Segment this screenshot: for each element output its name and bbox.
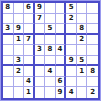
sudoku-empty-cell-r8c4[interactable]	[35, 77, 46, 88]
sudoku-given-cell-r3c8: 8	[77, 24, 88, 35]
sudoku-empty-cell-r2c2[interactable]	[14, 14, 25, 25]
sudoku-empty-cell-r3c7[interactable]	[66, 24, 77, 35]
sudoku-empty-cell-r6c9[interactable]	[87, 56, 98, 67]
sudoku-empty-cell-r9c8[interactable]	[77, 87, 88, 98]
sudoku-empty-cell-r5c2[interactable]	[14, 45, 25, 56]
sudoku-empty-cell-r3c3[interactable]	[24, 24, 35, 35]
sudoku-empty-cell-r6c6[interactable]	[56, 56, 67, 67]
sudoku-given-cell-r5c4: 3	[35, 45, 46, 56]
sudoku-empty-cell-r6c1[interactable]	[3, 56, 14, 67]
sudoku-empty-cell-r2c9[interactable]	[87, 14, 98, 25]
sudoku-empty-cell-r4c1[interactable]	[3, 35, 14, 46]
sudoku-given-cell-r7c8: 1	[77, 66, 88, 77]
sudoku-empty-cell-r8c5[interactable]	[45, 77, 56, 88]
sudoku-empty-cell-r4c7[interactable]	[66, 35, 77, 46]
sudoku-given-cell-r2c4: 7	[35, 14, 46, 25]
sudoku-empty-cell-r7c4[interactable]	[35, 66, 46, 77]
sudoku-empty-cell-r8c8[interactable]	[77, 77, 88, 88]
sudoku-empty-cell-r6c5[interactable]	[45, 56, 56, 67]
sudoku-given-cell-r2c7: 2	[66, 14, 77, 25]
sudoku-given-cell-r7c9: 8	[87, 66, 98, 77]
sudoku-given-cell-r6c7: 9	[66, 56, 77, 67]
sudoku-empty-cell-r5c9[interactable]	[87, 45, 98, 56]
sudoku-given-cell-r4c2: 1	[14, 35, 25, 46]
sudoku-given-cell-r1c4: 9	[35, 3, 46, 14]
sudoku-given-cell-r1c1: 8	[3, 3, 14, 14]
sudoku-empty-cell-r2c1[interactable]	[3, 14, 14, 25]
sudoku-empty-cell-r1c6[interactable]	[56, 3, 67, 14]
sudoku-empty-cell-r5c7[interactable]	[66, 45, 77, 56]
sudoku-given-cell-r5c5: 8	[45, 45, 56, 56]
sudoku-empty-cell-r2c3[interactable]	[24, 14, 35, 25]
sudoku-empty-cell-r8c1[interactable]	[3, 77, 14, 88]
sudoku-empty-cell-r4c9[interactable]	[87, 35, 98, 46]
sudoku-given-cell-r9c9: 2	[87, 87, 98, 98]
sudoku-empty-cell-r3c9[interactable]	[87, 24, 98, 35]
sudoku-empty-cell-r1c8[interactable]	[77, 3, 88, 14]
sudoku-given-cell-r3c2: 9	[14, 24, 25, 35]
sudoku-empty-cell-r8c7[interactable]	[66, 77, 77, 88]
sudoku-given-cell-r9c3: 1	[24, 87, 35, 98]
sudoku-empty-cell-r9c2[interactable]	[14, 87, 25, 98]
sudoku-empty-cell-r4c5[interactable]	[45, 35, 56, 46]
sudoku-given-cell-r1c7: 5	[66, 3, 77, 14]
sudoku-empty-cell-r3c4[interactable]	[35, 24, 46, 35]
sudoku-empty-cell-r7c1[interactable]	[3, 66, 14, 77]
sudoku-given-cell-r8c6: 6	[56, 77, 67, 88]
sudoku-given-cell-r5c6: 4	[56, 45, 67, 56]
sudoku-given-cell-r3c1: 3	[3, 24, 14, 35]
sudoku-empty-cell-r8c9[interactable]	[87, 77, 98, 88]
sudoku-board: 86957239581723843952418461942	[1, 1, 100, 100]
sudoku-given-cell-r9c7: 4	[66, 87, 77, 98]
sudoku-given-cell-r8c3: 4	[24, 77, 35, 88]
sudoku-empty-cell-r4c4[interactable]	[35, 35, 46, 46]
sudoku-empty-cell-r2c8[interactable]	[77, 14, 88, 25]
sudoku-empty-cell-r8c2[interactable]	[14, 77, 25, 88]
sudoku-empty-cell-r6c3[interactable]	[24, 56, 35, 67]
sudoku-empty-cell-r9c4[interactable]	[35, 87, 46, 98]
sudoku-empty-cell-r5c3[interactable]	[24, 45, 35, 56]
sudoku-given-cell-r6c8: 5	[77, 56, 88, 67]
sudoku-empty-cell-r6c4[interactable]	[35, 56, 46, 67]
sudoku-empty-cell-r7c6[interactable]	[56, 66, 67, 77]
sudoku-empty-cell-r1c5[interactable]	[45, 3, 56, 14]
sudoku-empty-cell-r4c6[interactable]	[56, 35, 67, 46]
sudoku-empty-cell-r2c6[interactable]	[56, 14, 67, 25]
sudoku-given-cell-r6c2: 3	[14, 56, 25, 67]
sudoku-given-cell-r7c5: 4	[45, 66, 56, 77]
sudoku-given-cell-r3c5: 5	[45, 24, 56, 35]
sudoku-given-cell-r1c3: 6	[24, 3, 35, 14]
sudoku-empty-cell-r7c3[interactable]	[24, 66, 35, 77]
sudoku-given-cell-r4c8: 2	[77, 35, 88, 46]
sudoku-given-cell-r7c2: 2	[14, 66, 25, 77]
sudoku-empty-cell-r7c7[interactable]	[66, 66, 77, 77]
sudoku-empty-cell-r9c5[interactable]	[45, 87, 56, 98]
sudoku-given-cell-r4c3: 7	[24, 35, 35, 46]
page-background: 86957239581723843952418461942	[0, 0, 101, 101]
sudoku-empty-cell-r1c9[interactable]	[87, 3, 98, 14]
sudoku-empty-cell-r1c2[interactable]	[14, 3, 25, 14]
sudoku-given-cell-r9c6: 9	[56, 87, 67, 98]
sudoku-empty-cell-r2c5[interactable]	[45, 14, 56, 25]
sudoku-empty-cell-r9c1[interactable]	[3, 87, 14, 98]
sudoku-empty-cell-r5c8[interactable]	[77, 45, 88, 56]
sudoku-empty-cell-r3c6[interactable]	[56, 24, 67, 35]
sudoku-empty-cell-r5c1[interactable]	[3, 45, 14, 56]
